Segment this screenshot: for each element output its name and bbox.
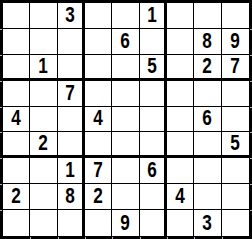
gridline-stub: [250, 132, 252, 133]
sudoku-cell-r9c7[interactable]: [167, 210, 194, 236]
sudoku-cell-r7c3[interactable]: 1: [58, 158, 85, 184]
sudoku-cell-r5c1[interactable]: 4: [3, 107, 30, 133]
sudoku-cell-r9c1[interactable]: [3, 210, 30, 236]
cell-digit: 3: [203, 212, 213, 235]
sudoku-cell-r7c8[interactable]: [194, 158, 221, 184]
gridline-stub: [112, 237, 113, 239]
sudoku-cell-r4c8[interactable]: [194, 81, 221, 107]
cell-digit: 2: [93, 185, 103, 208]
gridline-stub: [250, 55, 252, 56]
sudoku-cell-r2c9[interactable]: 9: [222, 29, 249, 55]
sudoku-cell-r5c3[interactable]: [58, 107, 85, 133]
sudoku-cell-r8c6[interactable]: [140, 184, 167, 210]
sudoku-cell-r1c4[interactable]: [85, 3, 112, 29]
gridline-stub: [222, 237, 223, 239]
sudoku-cell-r9c2[interactable]: [30, 210, 57, 236]
sudoku-cell-r1c1[interactable]: [3, 3, 30, 29]
gridline-stub: [0, 158, 2, 159]
sudoku-cell-r1c3[interactable]: 3: [58, 3, 85, 29]
sudoku-cell-r3c2[interactable]: 1: [30, 55, 57, 81]
sudoku-cell-r7c4[interactable]: 7: [85, 158, 112, 184]
sudoku-cell-r6c4[interactable]: [85, 132, 112, 158]
sudoku-cell-r2c8[interactable]: 8: [194, 29, 221, 55]
cell-digit: 8: [65, 185, 75, 208]
sudoku-cell-r8c4[interactable]: 2: [85, 184, 112, 210]
sudoku-cell-r3c7[interactable]: [167, 55, 194, 81]
gridline-stub: [85, 237, 86, 239]
sudoku-cell-r3c9[interactable]: 7: [222, 55, 249, 81]
sudoku-cell-r8c5[interactable]: [112, 184, 139, 210]
sudoku-cell-r2c3[interactable]: [58, 29, 85, 55]
cell-digit: 1: [39, 55, 49, 78]
cell-digit: 2: [11, 185, 21, 208]
sudoku-cell-r2c5[interactable]: 6: [112, 29, 139, 55]
gridline-stub: [250, 210, 252, 211]
board-wrapper: 316891527744625176282493: [0, 0, 252, 239]
sudoku-cell-r5c5[interactable]: [112, 107, 139, 133]
cell-digit: 1: [65, 159, 75, 182]
cell-digit: 4: [93, 107, 103, 130]
sudoku-cell-r6c5[interactable]: [112, 132, 139, 158]
gridline-stub: [250, 158, 252, 159]
sudoku-cell-r3c4[interactable]: [85, 55, 112, 81]
gridline-stub: [0, 29, 2, 30]
gridline-stub: [250, 107, 252, 108]
cell-digit: 6: [147, 159, 157, 182]
sudoku-cell-r4c4[interactable]: [85, 81, 112, 107]
cell-digit: 7: [93, 159, 103, 182]
sudoku-cell-r6c2[interactable]: 2: [30, 132, 57, 158]
cell-digit: 6: [121, 30, 131, 53]
sudoku-cell-r1c6[interactable]: 1: [140, 3, 167, 29]
sudoku-cell-r6c6[interactable]: [140, 132, 167, 158]
sudoku-cell-r7c6[interactable]: 6: [140, 158, 167, 184]
sudoku-cell-r9c3[interactable]: [58, 210, 85, 236]
sudoku-cell-r1c9[interactable]: [222, 3, 249, 29]
cell-digit: 6: [203, 107, 213, 130]
cell-digit: 9: [231, 30, 241, 53]
gridline-stub: [58, 237, 59, 239]
sudoku-cell-r6c1[interactable]: [3, 132, 30, 158]
sudoku-cell-r7c9[interactable]: [222, 158, 249, 184]
sudoku-cell-r8c7[interactable]: 4: [167, 184, 194, 210]
sudoku-cell-r3c5[interactable]: [112, 55, 139, 81]
sudoku-cell-r3c6[interactable]: 5: [140, 55, 167, 81]
sudoku-cell-r2c6[interactable]: [140, 29, 167, 55]
sudoku-cell-r2c7[interactable]: [167, 29, 194, 55]
sudoku-cell-r8c8[interactable]: [194, 184, 221, 210]
sudoku-cell-r1c2[interactable]: [30, 3, 57, 29]
cell-digit: 8: [203, 30, 213, 53]
sudoku-cell-r5c7[interactable]: [167, 107, 194, 133]
sudoku-cell-r5c4[interactable]: 4: [85, 107, 112, 133]
cell-digit: 7: [231, 55, 241, 78]
sudoku-cell-r7c2[interactable]: [30, 158, 57, 184]
sudoku-cell-r7c5[interactable]: [112, 158, 139, 184]
sudoku-cell-r4c6[interactable]: [140, 81, 167, 107]
gridline-stub: [250, 184, 252, 185]
sudoku-cell-r2c1[interactable]: [3, 29, 30, 55]
sudoku-cell-r8c2[interactable]: [30, 184, 57, 210]
sudoku-cell-r9c5[interactable]: 9: [112, 210, 139, 236]
sudoku-cell-r7c1[interactable]: [3, 158, 30, 184]
cell-digit: 1: [147, 4, 157, 27]
sudoku-cell-r2c4[interactable]: [85, 29, 112, 55]
sudoku-cell-r4c2[interactable]: [30, 81, 57, 107]
sudoku-cell-r6c3[interactable]: [58, 132, 85, 158]
sudoku-cell-r4c7[interactable]: [167, 81, 194, 107]
cell-digit: 4: [11, 107, 21, 130]
sudoku-cell-r3c8[interactable]: 2: [194, 55, 221, 81]
gridline-stub: [0, 107, 2, 108]
sudoku-cell-r1c8[interactable]: [194, 3, 221, 29]
sudoku-cell-r5c6[interactable]: [140, 107, 167, 133]
gridline-stub: [0, 55, 2, 56]
gridline-stub: [194, 237, 195, 239]
sudoku-cell-r7c7[interactable]: [167, 158, 194, 184]
sudoku-cell-r6c7[interactable]: [167, 132, 194, 158]
sudoku-cell-r8c9[interactable]: [222, 184, 249, 210]
sudoku-cell-r9c6[interactable]: [140, 210, 167, 236]
cell-digit: 4: [175, 185, 185, 208]
sudoku-cell-r8c1[interactable]: 2: [3, 184, 30, 210]
gridline-stub: [167, 237, 168, 239]
cell-digit: 3: [65, 4, 75, 27]
gridline-stub: [250, 81, 252, 82]
cell-digit: 5: [147, 55, 157, 78]
sudoku-cell-r1c5[interactable]: [112, 3, 139, 29]
sudoku-cell-r9c8[interactable]: 3: [194, 210, 221, 236]
sudoku-cell-r4c5[interactable]: [112, 81, 139, 107]
gridline-stub: [0, 81, 2, 82]
gridline-stub: [0, 210, 2, 211]
sudoku-cell-r2c2[interactable]: [30, 29, 57, 55]
sudoku-cell-r9c9[interactable]: [222, 210, 249, 236]
sudoku-cell-r4c9[interactable]: [222, 81, 249, 107]
gridline-stub: [140, 237, 141, 239]
gridline-stub: [250, 29, 252, 30]
sudoku-cell-r9c4[interactable]: [85, 210, 112, 236]
sudoku-cell-r4c3[interactable]: 7: [58, 81, 85, 107]
gridline-stub: [30, 237, 31, 239]
cell-digit: 5: [231, 132, 241, 155]
cell-digit: 9: [121, 212, 131, 235]
sudoku-cell-r6c8[interactable]: [194, 132, 221, 158]
sudoku-cell-r4c1[interactable]: [3, 81, 30, 107]
sudoku-cell-r1c7[interactable]: [167, 3, 194, 29]
sudoku-cell-r8c3[interactable]: 8: [58, 184, 85, 210]
sudoku-cell-r5c9[interactable]: [222, 107, 249, 133]
sudoku-cell-r5c2[interactable]: [30, 107, 57, 133]
sudoku-cell-r3c3[interactable]: [58, 55, 85, 81]
cell-digit: 2: [203, 55, 213, 78]
gridline-stub: [0, 184, 2, 185]
sudoku-board: 316891527744625176282493: [0, 0, 252, 239]
sudoku-cell-r6c9[interactable]: 5: [222, 132, 249, 158]
sudoku-cell-r3c1[interactable]: [3, 55, 30, 81]
sudoku-cell-r5c8[interactable]: 6: [194, 107, 221, 133]
cell-digit: 2: [39, 132, 49, 155]
gridline-stub: [0, 132, 2, 133]
cell-digit: 7: [65, 82, 75, 105]
